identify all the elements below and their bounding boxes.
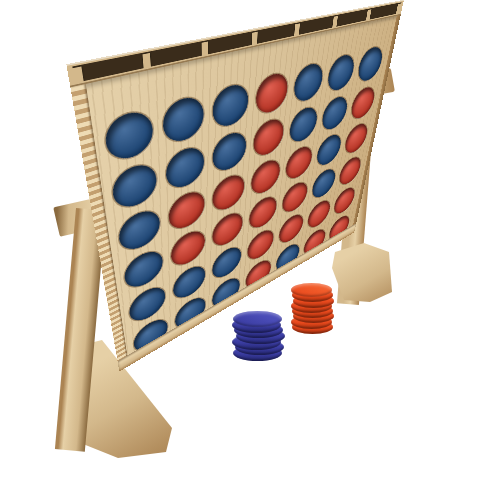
slot-divider [295, 23, 301, 35]
slot-divider [201, 42, 207, 56]
red-disc-c7-r2 [349, 84, 376, 122]
slot-divider [142, 53, 150, 68]
slot-divider [366, 9, 371, 20]
blue-disc-c5-r1 [293, 61, 325, 105]
blue-disc-c2-r1 [162, 93, 204, 146]
blue-spare-disc [233, 311, 282, 327]
red-disc-stack [291, 283, 334, 334]
slot-divider [396, 3, 401, 13]
red-disc-c4-r1 [255, 70, 289, 117]
blue-disc-c1-r1 [103, 107, 154, 164]
blue-disc-c3-r1 [213, 81, 249, 131]
slot-divider [251, 32, 257, 45]
red-disc-c7-r3 [343, 120, 369, 156]
blue-disc-stack [232, 311, 281, 361]
red-spare-disc [291, 283, 332, 297]
slot-divider [73, 66, 84, 83]
product-photo-scene [0, 0, 480, 480]
slot-divider [333, 16, 339, 28]
blue-disc-c7-r1 [356, 44, 385, 83]
